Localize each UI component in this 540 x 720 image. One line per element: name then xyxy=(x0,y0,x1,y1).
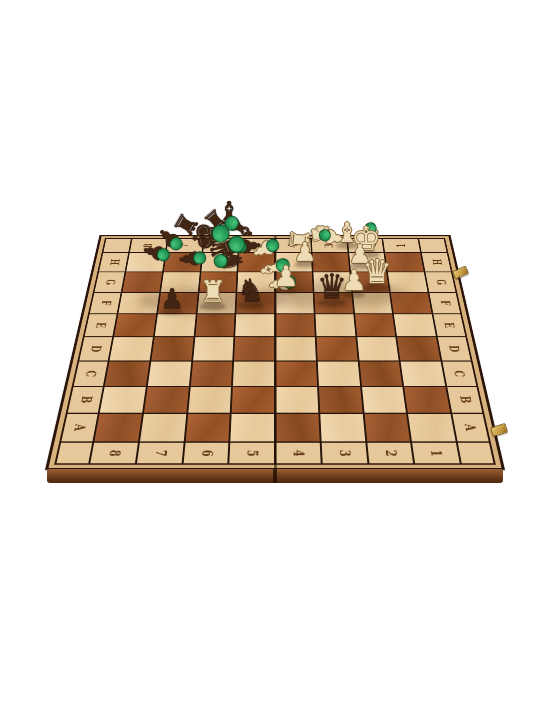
piece-dark-pawn-standing: ♟ xyxy=(160,285,184,312)
dark-pawn-glyph: ♟ xyxy=(160,285,184,312)
product-photo: 87654321HHGGFFEEDDCCBBAA87654321 ♜♝♜♝♞♚♟… xyxy=(0,0,540,720)
piece-dark-pawn-lying: ♟ xyxy=(139,239,167,265)
piece-dark-knight-lying: ♞ xyxy=(219,249,247,274)
pieces-layer: ♜♝♜♝♞♚♟♟♟♜♝♟♟♛♚♟♟♟♞♟♝♟♛♟♟♛♞♜♟ xyxy=(0,0,540,720)
piece-contact-shadow xyxy=(238,302,264,309)
piece-dark-queen-standing: ♛ xyxy=(317,269,347,303)
piece-dark-knight-standing: ♞ xyxy=(237,275,265,306)
light-pawn-glyph: ♟ xyxy=(273,263,298,291)
green-felt-base xyxy=(193,251,207,265)
piece-light-rook-standing: ♜ xyxy=(200,277,227,307)
piece-light-queen-standing: ♛ xyxy=(362,255,392,288)
piece-dark-pawn-lying: ♟ xyxy=(177,248,202,271)
piece-contact-shadow xyxy=(200,303,226,310)
piece-light-pawn-standing: ♟ xyxy=(273,263,298,291)
piece-contact-shadow xyxy=(161,309,184,315)
